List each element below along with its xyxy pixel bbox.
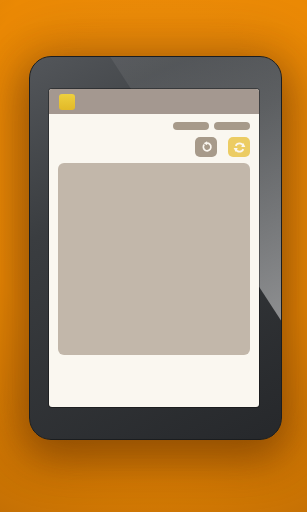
title-row [58,121,250,130]
app-icon-2048 [59,94,75,110]
undo-arrow-icon [200,141,213,153]
score-badge [173,122,209,130]
scene [0,0,307,512]
controls-row [58,137,250,157]
refresh-arrows-icon [233,141,246,154]
tablet-device [29,56,282,440]
restart-button[interactable] [228,137,250,157]
status-bar [49,89,259,114]
game-board[interactable] [58,163,250,355]
undo-button[interactable] [195,137,217,157]
high-score-badge [214,122,250,130]
game-content [49,121,259,355]
score-badges [173,122,250,130]
tablet-screen [49,89,259,407]
